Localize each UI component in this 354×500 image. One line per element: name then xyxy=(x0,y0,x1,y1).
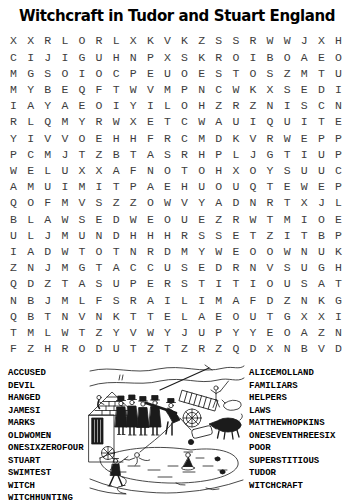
grid-cell-r8c16: G xyxy=(262,146,279,162)
grid-cell-r6c13: A xyxy=(210,114,227,130)
grid-cell-r18c19: X xyxy=(313,308,330,324)
grid-cell-r17c10: I xyxy=(159,292,176,308)
grid-cell-r16c15: I xyxy=(244,276,261,292)
grid-cell-r16c2: D xyxy=(22,276,39,292)
grid-cell-r4c7: T xyxy=(108,82,125,98)
grid-cell-r2c9: P xyxy=(142,49,159,65)
grid-cell-r19c11: J xyxy=(176,325,193,341)
grid-cell-r13c9: H xyxy=(142,227,159,243)
grid-cell-r11c20: L xyxy=(330,195,347,211)
grid-cell-r18c4: N xyxy=(56,308,73,324)
grid-cell-r8c5: T xyxy=(73,146,90,162)
grid-cell-r2c6: U xyxy=(91,49,108,65)
grid-cell-r9c8: F xyxy=(125,163,142,179)
grid-cell-r19c3: L xyxy=(39,325,56,341)
grid-cell-r11c10: W xyxy=(159,195,176,211)
grid-cell-r20c19: V xyxy=(313,341,330,357)
grid-cell-r2c18: A xyxy=(296,49,313,65)
grid-cell-r3c10: U xyxy=(159,65,176,81)
grid-cell-r5c2: A xyxy=(22,98,39,114)
grid-cell-r19c18: A xyxy=(296,325,313,341)
grid-cell-r16c10: R xyxy=(159,276,176,292)
grid-cell-r12c18: I xyxy=(296,211,313,227)
grid-cell-r5c18: S xyxy=(296,98,313,114)
grid-cell-r9c1: W xyxy=(5,163,22,179)
grid-cell-r15c16: V xyxy=(262,260,279,276)
grid-cell-r7c18: E xyxy=(296,130,313,146)
grid-cell-r17c4: M xyxy=(56,292,73,308)
grid-cell-r15c4: M xyxy=(56,260,73,276)
grid-cell-r19c1: T xyxy=(5,325,22,341)
grid-cell-r14c16: O xyxy=(262,244,279,260)
grid-cell-r2c12: K xyxy=(193,49,210,65)
grid-cell-r9c5: X xyxy=(73,163,90,179)
grid-cell-r5c17: I xyxy=(279,98,296,114)
grid-cell-r18c10: E xyxy=(159,308,176,324)
grid-cell-r3c19: T xyxy=(313,65,330,81)
grid-cell-r9c13: H xyxy=(210,163,227,179)
grid-cell-r6c11: C xyxy=(176,114,193,130)
grid-cell-r15c18: U xyxy=(296,260,313,276)
grid-cell-r20c15: D xyxy=(244,341,261,357)
grid-cell-r7c3: V xyxy=(39,130,56,146)
grid-cell-r4c16: X xyxy=(262,82,279,98)
grid-cell-r14c19: U xyxy=(313,244,330,260)
grid-cell-r8c18: I xyxy=(296,146,313,162)
grid-cell-r11c2: O xyxy=(22,195,39,211)
grid-cell-r17c19: K xyxy=(313,292,330,308)
grid-cell-r19c16: E xyxy=(262,325,279,341)
grid-cell-r1c18: J xyxy=(296,33,313,49)
grid-cell-r14c5: T xyxy=(73,244,90,260)
grid-cell-r15c17: S xyxy=(279,260,296,276)
grid-cell-r9c16: Y xyxy=(262,163,279,179)
word-list-item: STUART xyxy=(8,455,84,468)
grid-cell-r7c10: R xyxy=(159,130,176,146)
grid-cell-r6c8: X xyxy=(125,114,142,130)
grid-cell-r5c5: E xyxy=(73,98,90,114)
grid-cell-r11c7: Z xyxy=(108,195,125,211)
grid-cell-r15c2: N xyxy=(22,260,39,276)
grid-cell-r3c2: G xyxy=(22,65,39,81)
grid-cell-r12c10: O xyxy=(159,211,176,227)
grid-cell-r17c9: A xyxy=(142,292,159,308)
grid-cell-r14c3: D xyxy=(39,244,56,260)
grid-cell-r12c20: E xyxy=(330,211,347,227)
grid-cell-r10c1: A xyxy=(5,179,22,195)
grid-cell-r13c16: Z xyxy=(262,227,279,243)
grid-cell-r13c2: L xyxy=(22,227,39,243)
grid-cell-r2c13: R xyxy=(210,49,227,65)
grid-cell-r20c10: T xyxy=(159,341,176,357)
grid-cell-r4c11: P xyxy=(176,82,193,98)
grid-cell-r12c6: E xyxy=(91,211,108,227)
grid-cell-r6c3: Q xyxy=(39,114,56,130)
grid-cell-r10c16: T xyxy=(262,179,279,195)
grid-cell-r9c15: O xyxy=(244,163,261,179)
grid-cell-r8c7: B xyxy=(108,146,125,162)
grid-cell-r13c3: J xyxy=(39,227,56,243)
grid-cell-r15c8: C xyxy=(125,260,142,276)
grid-cell-r3c13: S xyxy=(210,65,227,81)
grid-cell-r3c12: E xyxy=(193,65,210,81)
grid-cell-r20c11: Z xyxy=(176,341,193,357)
grid-cell-r14c17: W xyxy=(279,244,296,260)
grid-cell-r5c15: Z xyxy=(244,98,261,114)
word-list-item: POOR xyxy=(249,442,335,455)
grid-cell-r12c7: D xyxy=(108,211,125,227)
grid-cell-r13c13: S xyxy=(210,227,227,243)
grid-cell-r5c20: N xyxy=(330,98,347,114)
grid-cell-r7c17: W xyxy=(279,130,296,146)
grid-cell-r11c15: N xyxy=(244,195,261,211)
grid-cell-r11c9: O xyxy=(142,195,159,211)
grid-cell-r10c4: I xyxy=(56,179,73,195)
grid-cell-r8c12: H xyxy=(193,146,210,162)
grid-cell-r20c4: R xyxy=(56,341,73,357)
grid-cell-r1c2: X xyxy=(22,33,39,49)
grid-cell-r18c14: O xyxy=(227,308,244,324)
grid-cell-r7c7: H xyxy=(108,130,125,146)
grid-cell-r11c6: S xyxy=(91,195,108,211)
grid-cell-r19c5: T xyxy=(73,325,90,341)
grid-cell-r18c1: Q xyxy=(5,308,22,324)
grid-cell-r2c15: I xyxy=(244,49,261,65)
grid-cell-r1c3: R xyxy=(39,33,56,49)
grid-cell-r10c14: U xyxy=(227,179,244,195)
grid-cell-r10c15: Q xyxy=(244,179,261,195)
grid-cell-r11c5: V xyxy=(73,195,90,211)
grid-cell-r20c9: Z xyxy=(142,341,159,357)
grid-cell-r2c17: O xyxy=(279,49,296,65)
grid-cell-r12c8: W xyxy=(125,211,142,227)
grid-cell-r10c13: O xyxy=(210,179,227,195)
grid-cell-r12c17: M xyxy=(279,211,296,227)
grid-cell-r14c9: R xyxy=(142,244,159,260)
grid-cell-r12c3: A xyxy=(39,211,56,227)
grid-cell-r6c14: U xyxy=(227,114,244,130)
grid-cell-r3c11: O xyxy=(176,65,193,81)
grid-cell-r7c9: F xyxy=(142,130,159,146)
grid-cell-r15c19: G xyxy=(313,260,330,276)
grid-cell-r3c6: O xyxy=(91,65,108,81)
grid-cell-r19c4: W xyxy=(56,325,73,341)
grid-cell-r4c2: Y xyxy=(22,82,39,98)
grid-cell-r15c12: E xyxy=(193,260,210,276)
word-list-item: WITCHCRAFT xyxy=(249,480,335,493)
grid-cell-r6c16: Q xyxy=(262,114,279,130)
word-list-item: SUPERSTITIOUS xyxy=(249,455,335,468)
grid-cell-r7c2: I xyxy=(22,130,39,146)
grid-cell-r5c1: I xyxy=(5,98,22,114)
grid-cell-r16c3: Z xyxy=(39,276,56,292)
grid-cell-r10c12: U xyxy=(193,179,210,195)
grid-cell-r19c7: Y xyxy=(108,325,125,341)
grid-cell-r15c3: J xyxy=(39,260,56,276)
grid-cell-r18c8: T xyxy=(125,308,142,324)
grid-cell-r9c14: X xyxy=(227,163,244,179)
grid-cell-r19c6: Z xyxy=(91,325,108,341)
grid-cell-r15c9: C xyxy=(142,260,159,276)
grid-cell-r18c2: B xyxy=(22,308,39,324)
roof-sitter xyxy=(97,395,104,408)
grid-cell-r6c4: M xyxy=(56,114,73,130)
grid-cell-r19c2: M xyxy=(22,325,39,341)
word-list-item: FAMILIARS xyxy=(249,380,335,393)
grid-cell-r10c10: E xyxy=(159,179,176,195)
grid-cell-r17c12: I xyxy=(193,292,210,308)
grid-cell-r1c12: Z xyxy=(193,33,210,49)
grid-cell-r1c14: S xyxy=(227,33,244,49)
grid-cell-r10c17: E xyxy=(279,179,296,195)
grid-cell-r13c12: S xyxy=(193,227,210,243)
word-list-item: ALICEMOLLAND xyxy=(249,367,335,380)
grid-cell-r20c7: U xyxy=(108,341,125,357)
grid-cell-r16c1: Q xyxy=(5,276,22,292)
grid-cell-r1c5: O xyxy=(73,33,90,49)
word-list-item: DEVIL xyxy=(8,380,84,393)
water-debris xyxy=(215,457,225,474)
word-list-item: WITCH xyxy=(8,480,84,493)
grid-cell-r20c20: D xyxy=(330,341,347,357)
grid-cell-r10c19: E xyxy=(313,179,330,195)
grid-cell-r11c8: Z xyxy=(125,195,142,211)
word-list-item: SWIMTEST xyxy=(8,467,84,480)
grid-cell-r18c11: L xyxy=(176,308,193,324)
grid-cell-r12c9: E xyxy=(142,211,159,227)
word-list-item: JAMESI xyxy=(8,405,84,418)
grid-cell-r6c5: Y xyxy=(73,114,90,130)
grid-cell-r8c1: P xyxy=(5,146,22,162)
grid-cell-r15c11: S xyxy=(176,260,193,276)
grid-cell-r6c7: W xyxy=(108,114,125,130)
grid-cell-r19c12: U xyxy=(193,325,210,341)
grid-cell-r14c1: I xyxy=(5,244,22,260)
grid-cell-r7c15: V xyxy=(244,130,261,146)
grid-cell-r6c6: R xyxy=(91,114,108,130)
grid-cell-r8c9: A xyxy=(142,146,159,162)
grid-cell-r17c2: B xyxy=(22,292,39,308)
word-list-item: LAWS xyxy=(249,405,335,418)
grid-cell-r18c13: E xyxy=(210,308,227,324)
grid-cell-r1c16: W xyxy=(262,33,279,49)
grid-cell-r4c8: W xyxy=(125,82,142,98)
grid-cell-r12c14: R xyxy=(227,211,244,227)
grid-cell-r14c15: O xyxy=(244,244,261,260)
grid-cell-r14c14: E xyxy=(227,244,244,260)
grid-cell-r14c11: M xyxy=(176,244,193,260)
grid-cell-r12c12: E xyxy=(193,211,210,227)
grid-cell-r3c1: M xyxy=(5,65,22,81)
grid-cell-r2c5: G xyxy=(73,49,90,65)
grid-cell-r16c7: U xyxy=(108,276,125,292)
word-search-grid: XXRLORLXKVKZSSRWWJXHCIJIGUHNPXSKROIBOAEO… xyxy=(5,33,347,357)
word-list-item: MARKS xyxy=(8,417,84,430)
grid-cell-r16c4: T xyxy=(56,276,73,292)
grid-cell-r5c9: I xyxy=(142,98,159,114)
grid-cell-r20c12: R xyxy=(193,341,210,357)
grid-cell-r1c9: K xyxy=(142,33,159,49)
grid-cell-r8c17: T xyxy=(279,146,296,162)
grid-cell-r7c16: R xyxy=(262,130,279,146)
grid-cell-r2c4: I xyxy=(56,49,73,65)
grid-cell-r13c1: U xyxy=(5,227,22,243)
horizon-lines xyxy=(90,366,244,386)
grid-cell-r3c4: O xyxy=(56,65,73,81)
grid-cell-r13c14: E xyxy=(227,227,244,243)
grid-cell-r12c16: T xyxy=(262,211,279,227)
shore-lines xyxy=(90,479,243,494)
grid-cell-r7c6: E xyxy=(91,130,108,146)
grid-cell-r20c14: Q xyxy=(227,341,244,357)
grid-cell-r16c13: I xyxy=(210,276,227,292)
word-list-left: ACCUSEDDEVILHANGEDJAMESIMARKSOLDWOMENONE… xyxy=(8,367,84,500)
grid-cell-r20c13: Z xyxy=(210,341,227,357)
grid-cell-r18c9: T xyxy=(142,308,159,324)
grid-cell-r1c10: V xyxy=(159,33,176,49)
grid-cell-r13c8: H xyxy=(125,227,142,243)
grid-cell-r1c7: L xyxy=(108,33,125,49)
grid-cell-r7c5: O xyxy=(73,130,90,146)
grid-cell-r4c3: B xyxy=(39,82,56,98)
grid-cell-r6c2: L xyxy=(22,114,39,130)
swimming-figure xyxy=(124,453,149,466)
grid-cell-r9c2: E xyxy=(22,163,39,179)
grid-cell-r18c7: K xyxy=(108,308,125,324)
grid-cell-r13c10: H xyxy=(159,227,176,243)
grid-cell-r4c20: I xyxy=(330,82,347,98)
grid-cell-r10c11: H xyxy=(176,179,193,195)
grid-cell-r2c3: J xyxy=(39,49,56,65)
boar xyxy=(209,414,242,439)
grid-cell-r13c20: P xyxy=(330,227,347,243)
grid-cell-r15c15: N xyxy=(244,260,261,276)
grid-cell-r17c20: G xyxy=(330,292,347,308)
grid-cell-r14c13: W xyxy=(210,244,227,260)
grid-cell-r12c1: B xyxy=(5,211,22,227)
grid-cell-r12c19: O xyxy=(313,211,330,227)
grid-cell-r2c7: H xyxy=(108,49,125,65)
grid-cell-r8c6: Z xyxy=(91,146,108,162)
grid-cell-r16c11: S xyxy=(176,276,193,292)
grid-cell-r3c17: Z xyxy=(279,65,296,81)
grid-cell-r17c8: R xyxy=(125,292,142,308)
grid-cell-r19c10: Y xyxy=(159,325,176,341)
grid-cell-r15c6: T xyxy=(91,260,108,276)
grid-cell-r6c19: T xyxy=(313,114,330,130)
grid-cell-r11c4: M xyxy=(56,195,73,211)
grid-cell-r16c9: E xyxy=(142,276,159,292)
grid-cell-r8c3: M xyxy=(39,146,56,162)
word-list-right: ALICEMOLLANDFAMILIARSHELPERSLAWSMATTHEWH… xyxy=(249,367,335,492)
word-list-item: ONESEVENTHREESIX xyxy=(249,430,335,443)
grid-cell-r1c20: H xyxy=(330,33,347,49)
grid-cell-r13c11: R xyxy=(176,227,193,243)
grid-cell-r2c8: N xyxy=(125,49,142,65)
grid-cell-r13c7: D xyxy=(108,227,125,243)
grid-cell-r20c5: O xyxy=(73,341,90,357)
grid-cell-r7c4: V xyxy=(56,130,73,146)
grid-cell-r15c5: G xyxy=(73,260,90,276)
grid-cell-r19c9: W xyxy=(142,325,159,341)
grid-cell-r2c1: C xyxy=(5,49,22,65)
grid-cell-r4c17: S xyxy=(279,82,296,98)
grid-cell-r19c8: V xyxy=(125,325,142,341)
grid-cell-r12c2: L xyxy=(22,211,39,227)
grid-cell-r16c20: T xyxy=(330,276,347,292)
grid-cell-r11c13: A xyxy=(210,195,227,211)
grid-cell-r8c20: P xyxy=(330,146,347,162)
grid-cell-r15c13: D xyxy=(210,260,227,276)
grid-cell-r17c5: L xyxy=(73,292,90,308)
word-list-item: WITCHHUNTING xyxy=(8,492,84,500)
grid-cell-r11c17: T xyxy=(279,195,296,211)
grid-cell-r8c10: S xyxy=(159,146,176,162)
grid-cell-r2c2: I xyxy=(22,49,39,65)
grid-cell-r5c6: O xyxy=(91,98,108,114)
grid-cell-r6c20: E xyxy=(330,114,347,130)
grid-cell-r17c6: F xyxy=(91,292,108,308)
grid-cell-r17c3: J xyxy=(39,292,56,308)
grid-cell-r4c19: D xyxy=(313,82,330,98)
grid-cell-r11c12: Y xyxy=(193,195,210,211)
grid-cell-r16c6: S xyxy=(91,276,108,292)
grid-cell-r1c15: R xyxy=(244,33,261,49)
grid-cell-r17c15: F xyxy=(244,292,261,308)
grid-cell-r12c15: W xyxy=(244,211,261,227)
grid-cell-r16c5: A xyxy=(73,276,90,292)
grid-cell-r5c4: A xyxy=(56,98,73,114)
grid-cell-r18c17: G xyxy=(279,308,296,324)
grid-cell-r1c13: S xyxy=(210,33,227,49)
grid-cell-r7c1: Y xyxy=(5,130,22,146)
grid-cell-r20c2: Z xyxy=(22,341,39,357)
grid-cell-r1c11: K xyxy=(176,33,193,49)
grid-cell-r13c18: T xyxy=(296,227,313,243)
grid-cell-r17c13: M xyxy=(210,292,227,308)
grid-cell-r14c18: N xyxy=(296,244,313,260)
grid-cell-r17c16: D xyxy=(262,292,279,308)
grid-cell-r19c14: Y xyxy=(227,325,244,341)
grid-cell-r15c10: U xyxy=(159,260,176,276)
grid-cell-r8c11: R xyxy=(176,146,193,162)
grid-cell-r17c7: S xyxy=(108,292,125,308)
grid-cell-r14c20: K xyxy=(330,244,347,260)
grid-cell-r8c15: J xyxy=(244,146,261,162)
grid-cell-r8c4: J xyxy=(56,146,73,162)
flail-man xyxy=(211,381,229,408)
grid-cell-r11c14: D xyxy=(227,195,244,211)
grid-cell-r6c1: R xyxy=(5,114,22,130)
grid-cell-r3c5: I xyxy=(73,65,90,81)
grid-cell-r5c11: O xyxy=(176,98,193,114)
grid-cell-r4c15: K xyxy=(244,82,261,98)
grid-cell-r13c5: U xyxy=(73,227,90,243)
grid-cell-r4c18: E xyxy=(296,82,313,98)
grid-cell-r5c16: N xyxy=(262,98,279,114)
grid-cell-r12c4: W xyxy=(56,211,73,227)
grid-cell-r7c13: D xyxy=(210,130,227,146)
grid-cell-r18c15: U xyxy=(244,308,261,324)
grid-cell-r14c7: T xyxy=(108,244,125,260)
grid-cell-r20c16: X xyxy=(262,341,279,357)
grid-cell-r20c18: B xyxy=(296,341,313,357)
grid-cell-r7c20: P xyxy=(330,130,347,146)
grid-cell-r2c20: O xyxy=(330,49,347,65)
grid-cell-r11c11: V xyxy=(176,195,193,211)
grid-cell-r20c17: N xyxy=(279,341,296,357)
grid-cell-r3c20: U xyxy=(330,65,347,81)
